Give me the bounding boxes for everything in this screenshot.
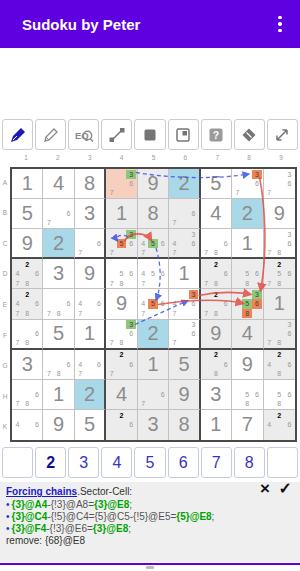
cell-A1[interactable]: 1 (12, 169, 43, 199)
pencil-mark: 2 (274, 260, 284, 269)
technique-subtitle: .Sector-Cell: (77, 486, 132, 497)
cell-C8[interactable]: 1 (232, 229, 263, 259)
cell-B1[interactable]: 5 (12, 199, 43, 229)
pencil-mark: 2 (22, 290, 32, 299)
pencil-mark: 3 (284, 230, 294, 239)
pencil-mark: 2 (211, 260, 221, 269)
cell-F5[interactable]: 2 (138, 320, 169, 350)
cell-K4[interactable]: 26 (106, 410, 137, 440)
cell-C3[interactable]: 67 (75, 229, 106, 259)
pencil-mark: 7 (107, 248, 117, 257)
cell-C9[interactable]: 3678 (264, 229, 295, 259)
pencil-mark: 5 (148, 269, 158, 278)
cell-A6[interactable]: 2 (169, 169, 200, 199)
cell-H2[interactable]: 1 (43, 380, 74, 410)
chain-line-3: •{3}@F4-{!3}@E6={3}@E8; (6, 523, 294, 535)
filled-square-icon (140, 125, 160, 145)
pencil-mark: 6 (189, 329, 198, 338)
pencil-mark: 8 (211, 369, 221, 378)
pencil-mark: 3 (126, 320, 136, 329)
pencil-mark: 3 (189, 290, 198, 299)
solved-digit: 2 (242, 202, 253, 225)
solved-digit: 9 (178, 383, 189, 406)
pencil-mark: 7 (138, 309, 148, 318)
pencil-mark: 8 (274, 248, 284, 257)
pencil-mark: 6 (32, 329, 42, 338)
cell-C5[interactable]: 4567 (138, 229, 169, 259)
cell-G7[interactable]: 268 (201, 350, 232, 380)
pencil-mark: 6 (126, 179, 136, 188)
cell-K8[interactable]: 7 (232, 410, 263, 440)
cell-B4[interactable]: 1 (106, 199, 137, 229)
pencil-mark: 4 (13, 269, 23, 278)
chain-node-on: {3}@C4 (12, 511, 48, 522)
cell-K2[interactable]: 9 (43, 410, 74, 440)
resize-handle[interactable] (146, 566, 154, 569)
pencil-mark: 7 (201, 309, 211, 318)
chain-node-on: {5}@E8 (176, 511, 211, 522)
pencil-mark: 2 (117, 410, 127, 420)
solved-digit: 5 (84, 413, 95, 436)
cell-A3[interactable]: 8 (75, 169, 106, 199)
chain-node-text: -{!5}@C4={5}@C5-{!5}@E5= (47, 511, 176, 522)
cell-G8[interactable]: 9 (232, 350, 263, 380)
pencil-mark: 7 (107, 338, 117, 347)
pencil-mark: 6 (158, 269, 168, 278)
cell-D3[interactable]: 9 (75, 259, 106, 289)
cell-D4[interactable]: 5678 (106, 259, 137, 289)
digit-button-3[interactable]: 3 (68, 447, 99, 478)
search-candidates-button[interactable]: EQ (68, 119, 99, 150)
cell-G1[interactable]: 3 (12, 350, 43, 380)
digit-button-8[interactable]: 8 (234, 447, 265, 478)
pencil-mark: 5 (242, 390, 252, 399)
solved-digit: 1 (210, 413, 221, 436)
cell-C1[interactable]: 9 (12, 229, 43, 259)
digit-button-2[interactable]: 2 (35, 447, 66, 478)
eraser-icon (239, 125, 259, 145)
solved-digit: 9 (53, 413, 64, 436)
pencil-mark: 8 (22, 279, 32, 288)
pencil-mark: 2 (22, 260, 32, 269)
solved-digit: 9 (116, 292, 127, 315)
cell-G2[interactable]: 678 (43, 350, 74, 380)
pencil-mark: 5 (148, 299, 158, 308)
pencil-mark: 6 (189, 239, 198, 248)
pencil-mark: 6 (252, 179, 262, 188)
pencil-mark: 8 (242, 279, 252, 288)
pencil-mark: 7 (75, 369, 84, 378)
pencil-mark: 8 (211, 248, 221, 257)
cell-E8[interactable]: 3568 (232, 289, 263, 319)
digit-button-empty[interactable] (267, 447, 298, 478)
solved-digit: 3 (22, 353, 33, 376)
solved-digit: 3 (147, 413, 158, 436)
solved-digit: 5 (210, 172, 221, 195)
chain-line-1: •{3}@A4-{!3}@A8={3}@E8; (6, 499, 294, 511)
pencil-mark: 3 (252, 170, 262, 179)
chain-node-text: -{!3}@A8= (47, 499, 94, 510)
solved-digit: 9 (22, 232, 33, 255)
pencil-mark: 6 (64, 299, 74, 308)
digit-button-7[interactable]: 7 (201, 447, 232, 478)
chain-node-text: ; (128, 523, 131, 534)
pencil-mark: 7 (13, 279, 23, 288)
row-label-G: G (0, 350, 10, 381)
pencil-mark: 8 (54, 309, 64, 318)
cell-F9[interactable]: 3678 (264, 320, 295, 350)
cell-B8[interactable]: 2 (232, 199, 263, 229)
cell-E5[interactable]: 4567 (138, 289, 169, 319)
pencil-mark: 6 (252, 299, 262, 308)
pencil-mark: 4 (13, 299, 23, 308)
cell-G4[interactable]: 267 (106, 350, 137, 380)
cell-B6[interactable]: 67 (169, 199, 200, 229)
pencil-mark: 4 (170, 239, 179, 248)
pencil-mark: 8 (242, 399, 252, 408)
pencil-mark: 7 (201, 248, 211, 257)
pencil-mark: 4 (75, 360, 84, 369)
pencil-mark: 8 (22, 309, 32, 318)
solved-digit: 2 (147, 322, 158, 345)
cell-F6[interactable]: 367 (169, 320, 200, 350)
pencil-mark: 6 (158, 299, 168, 308)
solved-digit: 8 (178, 413, 189, 436)
cell-F3[interactable]: 1 (75, 320, 106, 350)
expand-icon (272, 125, 292, 145)
column-labels: 123456789 (10, 154, 297, 165)
bullet: • (6, 499, 10, 510)
row-label-B: B (0, 198, 10, 229)
pencil-mark: 4 (264, 360, 274, 369)
solved-digit: 4 (210, 202, 221, 225)
analysis-header: Forcing chains.Sector-Cell: × ✓ (6, 485, 294, 499)
col-label-6: 6 (169, 154, 201, 165)
digit-button-empty[interactable] (2, 447, 33, 478)
cell-C7[interactable]: 678 (201, 229, 232, 259)
pencil-mark: 7 (44, 369, 54, 378)
pencil-mark: 7 (13, 399, 23, 408)
cell-H5[interactable]: 67 (138, 380, 169, 410)
toolbar: EQ ? (2, 119, 298, 152)
pencil-mark: 3 (126, 170, 136, 179)
solved-digit: 4 (53, 172, 64, 195)
sudoku-grid: 1483679253673675673186742992673567456734… (10, 167, 297, 442)
solved-digit: 5 (22, 202, 33, 225)
col-label-7: 7 (201, 154, 233, 165)
solved-digit: 1 (53, 383, 64, 406)
row-label-H: H (0, 381, 10, 412)
cell-H7[interactable]: 3 (201, 380, 232, 410)
cell-C4[interactable]: 3567 (106, 229, 137, 259)
pencil-mark: 2 (274, 350, 284, 359)
cell-E9[interactable]: 1 (264, 289, 295, 319)
pencil-mark: 6 (64, 360, 74, 369)
pencil-mark: 7 (13, 338, 23, 347)
cell-B3[interactable]: 3 (75, 199, 106, 229)
cell-C6[interactable]: 3467 (169, 229, 200, 259)
pencil-mark: 8 (117, 338, 127, 347)
cell-F1[interactable]: 678 (12, 320, 43, 350)
pencil-mark: 6 (94, 299, 103, 308)
solved-digit: 1 (274, 292, 285, 315)
pencil-mark: 7 (170, 248, 179, 257)
remove-line: remove: {68}@E8 (6, 535, 294, 547)
chain-node-on: {3}@A4 (12, 499, 48, 510)
cell-F2[interactable]: 5 (43, 320, 74, 350)
pencil-mark: 7 (138, 279, 148, 288)
pencil-mark: 8 (274, 369, 284, 378)
cell-E7[interactable]: 2678 (201, 289, 232, 319)
pencil-mark: 3 (189, 320, 198, 329)
cell-B2[interactable]: 67 (43, 199, 74, 229)
cell-H1[interactable]: 678 (12, 380, 43, 410)
pencil-mark: 2 (211, 290, 221, 299)
pencil-mark: 7 (107, 188, 117, 197)
solved-digit: 4 (242, 322, 253, 345)
digit-button-4[interactable]: 4 (101, 447, 132, 478)
pencil-mark: 4 (138, 299, 148, 308)
pencil-mark: 6 (94, 239, 103, 248)
col-label-9: 9 (265, 154, 297, 165)
cell-A8[interactable]: 367 (232, 169, 263, 199)
pencil-mark: 8 (242, 309, 252, 318)
chain-node-text: ; (212, 511, 215, 522)
pencil-mark: 6 (284, 329, 294, 338)
pencil-mark: 7 (107, 369, 117, 378)
cell-D2[interactable]: 3 (43, 259, 74, 289)
cell-A4[interactable]: 367 (106, 169, 137, 199)
hint-button[interactable]: ? (201, 119, 232, 150)
cell-E1[interactable]: 24678 (12, 289, 43, 319)
pencil-mark: 5 (274, 390, 284, 399)
eraser-button[interactable] (234, 119, 265, 150)
pencil-mark: 8 (274, 338, 284, 347)
pencil-mark: 7 (107, 279, 117, 288)
cell-H8[interactable]: 568 (232, 380, 263, 410)
cell-G6[interactable]: 5 (169, 350, 200, 380)
cell-H6[interactable]: 9 (169, 380, 200, 410)
pencil-mark: 6 (94, 360, 103, 369)
digit-bar: 2345678 (2, 447, 298, 478)
cell-G3[interactable]: 467 (75, 350, 106, 380)
pen-tool-button[interactable] (2, 119, 33, 150)
pencil-mark: 6 (221, 360, 231, 369)
pencil-mark: 6 (284, 269, 294, 278)
solved-digit: 5 (53, 322, 64, 345)
pencil-mark: 7 (138, 399, 148, 408)
pencil-mark: 3 (284, 170, 294, 179)
solved-digit: 1 (22, 172, 33, 195)
solved-digit: 9 (210, 322, 221, 345)
pencil-mark: 5 (274, 269, 284, 278)
pencil-mark: 6 (284, 420, 294, 430)
solved-digit: 5 (178, 353, 189, 376)
pencil-mark: 4 (75, 299, 84, 308)
cell-K7[interactable]: 1 (201, 410, 232, 440)
cell-D1[interactable]: 24678 (12, 259, 43, 289)
pencil-mark: 7 (13, 309, 23, 318)
pencil-mark: 6 (221, 239, 231, 248)
pencil-mark: 5 (117, 239, 127, 248)
cell-G5[interactable]: 1 (138, 350, 169, 380)
pencil-mark: 7 (264, 248, 274, 257)
row-labels: ABCDEFGHK (0, 167, 10, 442)
pencil-mark: 4 (138, 239, 148, 248)
chain-node-on: {3}@F4 (12, 523, 47, 534)
pencil-mark: 6 (32, 420, 42, 430)
reject-hint-icon[interactable]: × (260, 482, 270, 496)
pencil-mark: 6 (126, 269, 136, 278)
fullscreen-button[interactable] (267, 119, 298, 150)
cell-F7[interactable]: 9 (201, 320, 232, 350)
pencil-mark: 6 (221, 299, 231, 308)
pencil-mark: 4 (170, 299, 179, 308)
pencil-mark: 7 (138, 248, 148, 257)
cell-D5[interactable]: 4567 (138, 259, 169, 289)
pen-icon (8, 125, 28, 145)
cell-G9[interactable]: 2468 (264, 350, 295, 380)
pencil-mark: 7 (233, 188, 243, 197)
pencil-mark: 2 (211, 350, 221, 359)
cell-H9[interactable]: 568 (264, 380, 295, 410)
pencil-mark: 2 (117, 350, 127, 359)
cell-A9[interactable]: 367 (264, 169, 295, 199)
pencil-mark: 6 (284, 390, 294, 399)
cell-K9[interactable]: 246 (264, 410, 295, 440)
sudoku-app: Sudoku by Peter EQ (0, 0, 300, 571)
pencil-mark: 3 (126, 230, 136, 239)
corner-mark-button[interactable] (168, 119, 199, 150)
chain-node-on: {3}@E8 (94, 499, 129, 510)
pencil-mark: 6 (284, 239, 294, 248)
cell-E2[interactable]: 678 (43, 289, 74, 319)
pencil-mark: 3 (189, 230, 198, 239)
pencil-mark: 7 (170, 338, 179, 347)
cell-B9[interactable]: 9 (264, 199, 295, 229)
cell-D6[interactable]: 1 (169, 259, 200, 289)
pencil-mark: 6 (126, 329, 136, 338)
cell-K3[interactable]: 5 (75, 410, 106, 440)
app-header: Sudoku by Peter (0, 0, 300, 48)
cell-K5[interactable]: 3 (138, 410, 169, 440)
solved-digit: 1 (84, 322, 95, 345)
col-label-8: 8 (233, 154, 265, 165)
row-label-E: E (0, 289, 10, 320)
cell-B7[interactable]: 4 (201, 199, 232, 229)
solved-digit: 4 (116, 383, 127, 406)
pencil-mark: 7 (75, 248, 84, 257)
cell-C2[interactable]: 2 (43, 229, 74, 259)
pencil-mark: 7 (264, 279, 274, 288)
col-label-4: 4 (106, 154, 138, 165)
pencil-mark: 7 (44, 218, 54, 227)
cell-E4[interactable]: 9 (106, 289, 137, 319)
pencil-mark: 7 (75, 309, 84, 318)
cell-H4[interactable]: 4 (106, 380, 137, 410)
solved-digit: 3 (53, 262, 64, 285)
pencil-mark: 6 (32, 269, 42, 278)
cell-D7[interactable]: 2678 (201, 259, 232, 289)
pencil-mark: 8 (274, 279, 284, 288)
pencil-tool-button[interactable] (35, 119, 66, 150)
chain-line-2: •{3}@C4-{!5}@C4={5}@C5-{!5}@E5={5}@E8; (6, 511, 294, 523)
col-label-2: 2 (42, 154, 74, 165)
cell-E3[interactable]: 467 (75, 289, 106, 319)
digit-button-6[interactable]: 6 (168, 447, 199, 478)
solved-digit: 9 (84, 262, 95, 285)
pencil-mark: 7 (264, 188, 274, 197)
solved-digit: 1 (147, 353, 158, 376)
cell-D8[interactable]: 568 (232, 259, 263, 289)
col-label-3: 3 (74, 154, 106, 165)
bottom-divider (0, 563, 300, 565)
pencil-mark: 8 (117, 279, 127, 288)
pencil-mark: 6 (32, 299, 42, 308)
cell-H3[interactable]: 2 (75, 380, 106, 410)
solved-digit: 2 (178, 172, 189, 195)
chain-node-text: -{!3}@E6= (46, 523, 93, 534)
row-label-C: C (0, 228, 10, 259)
pencil-mark: 5 (148, 239, 158, 248)
chain-tool-button[interactable] (101, 119, 132, 150)
cell-F8[interactable]: 4 (232, 320, 263, 350)
solved-digit: 3 (84, 202, 95, 225)
solved-digit: 1 (178, 262, 189, 285)
row-label-F: F (0, 320, 10, 351)
cell-A2[interactable]: 4 (43, 169, 74, 199)
fill-color-button[interactable] (134, 119, 165, 150)
cell-K1[interactable]: 46 (12, 410, 43, 440)
cell-K6[interactable]: 8 (169, 410, 200, 440)
technique-link[interactable]: Forcing chains (6, 486, 77, 497)
pencil-mark: 5 (117, 269, 127, 278)
pencil-mark: 2 (274, 410, 284, 420)
row-label-A: A (0, 167, 10, 198)
pencil-mark: 8 (274, 399, 284, 408)
cell-E6[interactable]: 3467 (169, 289, 200, 319)
chain-node-on: {3}@E8 (93, 523, 128, 534)
pencil-mark: 6 (189, 299, 198, 308)
pencil-mark: 6 (126, 360, 136, 369)
search-icon: EQ (74, 125, 94, 145)
apply-hint-icon[interactable]: ✓ (279, 482, 292, 496)
row-label-D: D (0, 259, 10, 290)
solved-digit: 3 (210, 383, 221, 406)
cell-F4[interactable]: 3678 (106, 320, 137, 350)
solved-digit: 7 (242, 413, 253, 436)
cell-D9[interactable]: 25678 (264, 259, 295, 289)
pencil-mark: 6 (284, 179, 294, 188)
pencil-mark: 4 (264, 420, 274, 430)
chain-link-icon (107, 125, 127, 145)
solved-digit: 8 (84, 172, 95, 195)
pencil-mark: 5 (242, 299, 252, 308)
solved-digit: 8 (147, 202, 158, 225)
digit-button-5[interactable]: 5 (134, 447, 165, 478)
row-label-K: K (0, 411, 10, 442)
pencil-mark: 5 (242, 269, 252, 278)
bullet: • (6, 511, 10, 522)
cell-B5[interactable]: 8 (138, 199, 169, 229)
menu-kebab-icon[interactable] (270, 12, 290, 36)
pencil-mark: 6 (189, 209, 198, 218)
cell-A7[interactable]: 5 (201, 169, 232, 199)
cell-A5[interactable]: 9 (138, 169, 169, 199)
pencil-mark: 8 (22, 338, 32, 347)
pencil-mark: 6 (284, 360, 294, 369)
pencil-mark: 6 (64, 209, 74, 218)
